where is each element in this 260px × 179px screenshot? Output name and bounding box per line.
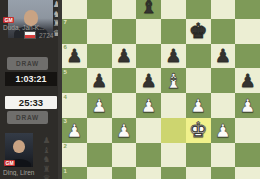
black-king-f7[interactable]: ♚ bbox=[186, 19, 211, 44]
square-d2[interactable] bbox=[136, 143, 161, 168]
bottom-draw-button[interactable]: DRAW bbox=[7, 111, 48, 124]
black-bishop-d8[interactable]: ♝ bbox=[136, 0, 161, 19]
square-b3[interactable] bbox=[87, 118, 112, 143]
top-player-name: Duda, Jan-K... bbox=[3, 24, 58, 31]
square-f2[interactable] bbox=[186, 143, 211, 168]
square-c5[interactable] bbox=[112, 68, 137, 93]
square-e4[interactable] bbox=[161, 93, 186, 118]
white-pawn-g3[interactable]: ♟ bbox=[211, 118, 236, 143]
square-e5[interactable]: ♝ bbox=[161, 68, 186, 93]
square-e6[interactable]: ♟ bbox=[161, 44, 186, 69]
square-d4[interactable]: ♟ bbox=[136, 93, 161, 118]
white-pawn-b4[interactable]: ♟ bbox=[87, 93, 112, 118]
square-a2[interactable]: 2 bbox=[62, 143, 87, 168]
rank-label-2: 2 bbox=[64, 143, 67, 149]
rank-label-1: 1 bbox=[64, 168, 67, 174]
square-h1[interactable] bbox=[235, 167, 260, 179]
black-pawn-e6[interactable]: ♟ bbox=[161, 44, 186, 69]
square-f5[interactable] bbox=[186, 68, 211, 93]
square-e8[interactable] bbox=[161, 0, 186, 19]
top-draw-button[interactable]: DRAW bbox=[7, 57, 48, 70]
square-f3[interactable]: ♚ bbox=[186, 118, 211, 143]
white-pawn-f4[interactable]: ♟ bbox=[186, 93, 211, 118]
square-c2[interactable] bbox=[112, 143, 137, 168]
white-bishop-e5[interactable]: ♝ bbox=[161, 68, 186, 93]
square-e1[interactable] bbox=[161, 167, 186, 179]
black-pawn-g6[interactable]: ♟ bbox=[211, 44, 236, 69]
black-pawn-c6[interactable]: ♟ bbox=[112, 44, 137, 69]
bottom-player-title-badge: GM bbox=[4, 160, 15, 166]
player-sidebar: GM Duda, Jan-K... 2724 ♟♞♜♛ DRAW 1:03:21… bbox=[0, 0, 62, 179]
square-c4[interactable] bbox=[112, 93, 137, 118]
square-b7[interactable] bbox=[87, 19, 112, 44]
square-c6[interactable]: ♟ bbox=[112, 44, 137, 69]
square-g8[interactable] bbox=[211, 0, 236, 19]
white-pawn-c3[interactable]: ♟ bbox=[112, 118, 137, 143]
square-d3[interactable] bbox=[136, 118, 161, 143]
white-king-f3[interactable]: ♚ bbox=[186, 118, 211, 143]
square-d1[interactable] bbox=[136, 167, 161, 179]
square-b4[interactable]: ♟ bbox=[87, 93, 112, 118]
square-f7[interactable]: ♚ bbox=[186, 19, 211, 44]
black-pawn-a6[interactable]: ♟ bbox=[62, 44, 87, 69]
square-e2[interactable] bbox=[161, 143, 186, 168]
square-g7[interactable] bbox=[211, 19, 236, 44]
square-a6[interactable]: 6♟ bbox=[62, 44, 87, 69]
square-h3[interactable] bbox=[235, 118, 260, 143]
bottom-player-clock: 25:33 bbox=[5, 96, 57, 109]
top-player-rating-row: 2724 bbox=[24, 31, 53, 39]
square-h2[interactable] bbox=[235, 143, 260, 168]
square-a4[interactable]: 4 bbox=[62, 93, 87, 118]
captured-black-queen-icon: ♛ bbox=[43, 174, 51, 179]
square-a8[interactable]: 8 bbox=[62, 0, 87, 19]
square-b2[interactable] bbox=[87, 143, 112, 168]
black-pawn-b5[interactable]: ♟ bbox=[87, 68, 112, 93]
white-pawn-d4[interactable]: ♟ bbox=[136, 93, 161, 118]
square-f4[interactable]: ♟ bbox=[186, 93, 211, 118]
square-f8[interactable] bbox=[186, 0, 211, 19]
square-b6[interactable] bbox=[87, 44, 112, 69]
bottom-player-face bbox=[13, 140, 25, 153]
square-h5[interactable]: ♟ bbox=[235, 68, 260, 93]
square-b8[interactable] bbox=[87, 0, 112, 19]
square-h8[interactable] bbox=[235, 0, 260, 19]
square-f6[interactable] bbox=[186, 44, 211, 69]
square-d6[interactable] bbox=[136, 44, 161, 69]
square-c7[interactable] bbox=[112, 19, 137, 44]
square-b1[interactable] bbox=[87, 167, 112, 179]
white-pawn-a3[interactable]: ♟ bbox=[62, 118, 87, 143]
square-a5[interactable]: 5 bbox=[62, 68, 87, 93]
square-f1[interactable] bbox=[186, 167, 211, 179]
square-a3[interactable]: 3♟ bbox=[62, 118, 87, 143]
square-g3[interactable]: ♟ bbox=[211, 118, 236, 143]
square-a7[interactable]: 7 bbox=[62, 19, 87, 44]
square-e3[interactable] bbox=[161, 118, 186, 143]
square-c3[interactable]: ♟ bbox=[112, 118, 137, 143]
square-d5[interactable]: ♟ bbox=[136, 68, 161, 93]
square-d8[interactable]: ♝ bbox=[136, 0, 161, 19]
square-e7[interactable] bbox=[161, 19, 186, 44]
chess-board: 8♝7♚6♟♟♟♟5♟♟♝♟4♟♟♟♟3♟♟♚♟21 bbox=[62, 0, 260, 179]
bottom-captured-pieces: ♟♝♞♜♛ bbox=[42, 136, 51, 179]
broadcast-window: GM Duda, Jan-K... 2724 ♟♞♜♛ DRAW 1:03:21… bbox=[0, 0, 260, 179]
square-g5[interactable] bbox=[211, 68, 236, 93]
square-g4[interactable] bbox=[211, 93, 236, 118]
square-h4[interactable]: ♟ bbox=[235, 93, 260, 118]
square-a1[interactable]: 1 bbox=[62, 167, 87, 179]
square-g6[interactable]: ♟ bbox=[211, 44, 236, 69]
square-d7[interactable] bbox=[136, 19, 161, 44]
top-player-clock: 1:03:21 bbox=[5, 72, 57, 86]
square-c8[interactable] bbox=[112, 0, 137, 19]
black-pawn-h5[interactable]: ♟ bbox=[235, 68, 260, 93]
square-g2[interactable] bbox=[211, 143, 236, 168]
black-pawn-d5[interactable]: ♟ bbox=[136, 68, 161, 93]
top-player-title-badge: GM bbox=[3, 17, 14, 23]
white-pawn-h4[interactable]: ♟ bbox=[235, 93, 260, 118]
rank-label-4: 4 bbox=[64, 94, 67, 100]
rank-label-7: 7 bbox=[64, 19, 67, 25]
rank-label-5: 5 bbox=[64, 69, 67, 75]
square-c1[interactable] bbox=[112, 167, 137, 179]
poland-flag-icon bbox=[24, 31, 36, 39]
square-h7[interactable] bbox=[235, 19, 260, 44]
square-h6[interactable] bbox=[235, 44, 260, 69]
square-g1[interactable] bbox=[211, 167, 236, 179]
rank-label-8: 8 bbox=[64, 0, 67, 1]
square-b5[interactable]: ♟ bbox=[87, 68, 112, 93]
